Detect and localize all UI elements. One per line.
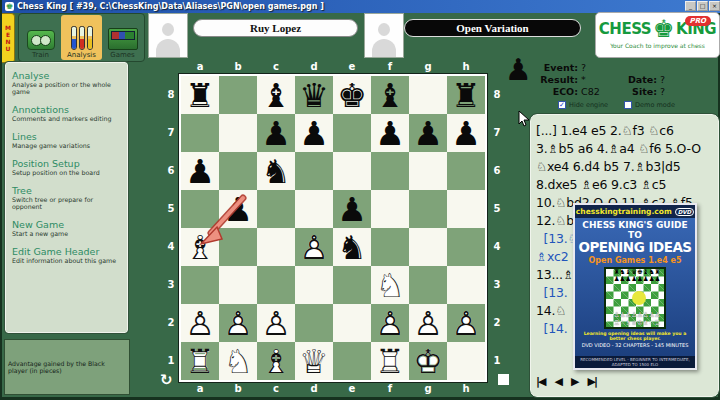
sidebar-item-subtitle: Manage game variations (12, 142, 121, 149)
square-a1[interactable]: ♜♖ (181, 342, 219, 380)
coord-label: g (409, 61, 447, 73)
square-f6[interactable] (371, 152, 409, 190)
sidebar-item-title: Position Setup (12, 158, 121, 169)
square-b4[interactable] (219, 228, 257, 266)
square-c6[interactable]: ♞ (257, 152, 295, 190)
chess-board: ♜♝♛♚♝♜♟♟♟♟♟♟♞♟♟♝♗♟♙♞♞♘♟♙♟♙♟♙♟♙♟♙♟♙♜♖♞♘♝♗… (178, 73, 488, 383)
sidebar-item-subtitle: Switch tree or prepare for opponent (12, 196, 121, 210)
square-e2[interactable] (333, 304, 371, 342)
white-b-piece: ♗ (181, 228, 219, 266)
move-navigation: |◀◀▶▶| (536, 375, 596, 388)
white-n-piece: ♘ (371, 266, 409, 304)
black-r-piece: ♜ (447, 76, 485, 114)
file-labels-top: abcdefgh (181, 61, 485, 73)
coord-label: d (295, 61, 333, 73)
dvd-badge: DVD (675, 208, 694, 216)
hide-engine-checkbox[interactable]: ✓ Hide engine (558, 101, 608, 109)
white-p-piece: ♙ (181, 304, 219, 342)
coord-label: 7 (491, 114, 503, 152)
ad-site-link[interactable]: chesskingtraining.com (576, 207, 672, 216)
person-icon (155, 23, 181, 57)
coord-label: 6 (491, 152, 503, 190)
white-p-piece: ♙ (219, 304, 257, 342)
black-p-piece: ♟ (295, 114, 333, 152)
square-g2[interactable]: ♟♙ (409, 304, 447, 342)
sidebar-item-subtitle: Analyse a position or the whole game (12, 81, 121, 95)
coord-label: a (181, 383, 219, 395)
games-box-icon (108, 28, 138, 50)
white-r-piece: ♖ (181, 342, 219, 380)
sidebar-item-title: New Game (12, 219, 121, 230)
highlight-square (632, 291, 646, 305)
white-k-piece: ♔ (409, 342, 447, 380)
coord-label: d (295, 383, 333, 395)
last-move-button[interactable]: ▶| (587, 375, 595, 388)
square-h5[interactable] (447, 190, 485, 228)
square-g7[interactable]: ♟ (409, 114, 447, 152)
sidebar-item-tree[interactable]: TreeSwitch tree or prepare for opponent (12, 185, 121, 210)
square-h2[interactable]: ♟♙ (447, 304, 485, 342)
date-value: ? (660, 74, 700, 86)
coord-label: 5 (165, 190, 177, 228)
square-b5[interactable]: ♟ (219, 190, 257, 228)
ad-title-line1: CHESS KING'S GUIDE TO (575, 220, 695, 240)
square-f2[interactable]: ♟♙ (371, 304, 409, 342)
variation-name-label: Open Variation (404, 19, 581, 37)
tab-analysis[interactable]: Analysis (61, 15, 102, 60)
ad-fineprint: RECOMMENDED LEVEL - BEGINNER TO INTERMED… (575, 356, 695, 368)
square-e6[interactable] (333, 152, 371, 190)
white-n-piece: ♘ (219, 342, 257, 380)
sidebar-item-subtitle: Setup position on the board (12, 169, 121, 176)
black-b-piece: ♝ (257, 76, 295, 114)
move-segment-main[interactable]: 13...♗ (536, 267, 574, 282)
coord-label: 2 (491, 304, 503, 342)
move-segment-var[interactable]: [14. (536, 321, 568, 336)
coord-label: f (371, 61, 409, 73)
sidebar-item-title: Analyse (12, 70, 121, 81)
sidebar-item-title: Tree (12, 185, 121, 196)
coord-label: 8 (491, 76, 503, 114)
black-p-piece: ♟ (181, 152, 219, 190)
checkbox-checked-icon[interactable]: ✓ (558, 101, 566, 109)
square-a6[interactable]: ♟ (181, 152, 219, 190)
checkbox-unchecked-icon[interactable] (624, 101, 632, 109)
square-d4[interactable]: ♟♙ (295, 228, 333, 266)
app-icon: ♚ (5, 2, 14, 11)
black-p-piece: ♟ (333, 190, 371, 228)
square-g8[interactable] (409, 76, 447, 114)
square-d6[interactable] (295, 152, 333, 190)
first-move-button[interactable]: |◀ (536, 375, 544, 388)
coord-label: h (447, 383, 485, 395)
coord-label: 6 (165, 152, 177, 190)
sidebar-item-title: Lines (12, 131, 121, 142)
black-r-piece: ♜ (181, 76, 219, 114)
white-b-piece: ♗ (257, 342, 295, 380)
white-player-avatar[interactable] (148, 13, 188, 58)
square-b2[interactable]: ♟♙ (219, 304, 257, 342)
clock-icon (27, 30, 55, 50)
menu-tab[interactable]: MENU (2, 13, 15, 63)
move-segment-main[interactable]: 14.♘ (536, 303, 566, 318)
chess-king-window: ♚ Chess King [ #39, C:\ChessKing\Data\Al… (0, 0, 720, 400)
sidebar-item-analyse[interactable]: AnalyseAnalyse a position or the whole g… (12, 70, 121, 95)
sidebar-item-edit-game-header[interactable]: Edit Game HeaderEdit information about t… (12, 246, 121, 264)
event-value: ? (581, 62, 621, 74)
square-c8[interactable]: ♝ (257, 76, 295, 114)
square-g3[interactable] (409, 266, 447, 304)
coord-label: h (447, 61, 485, 73)
square-a4[interactable]: ♝♗ (181, 228, 219, 266)
site-value: ? (660, 86, 700, 98)
black-player-avatar[interactable] (364, 13, 404, 58)
sidebar-item-lines[interactable]: LinesManage game variations (12, 131, 121, 149)
square-c1[interactable]: ♝♗ (257, 342, 295, 380)
square-b1[interactable]: ♞♘ (219, 342, 257, 380)
sidebar-item-subtitle: Comments and markers editing (12, 115, 121, 122)
sidebar-item-subtitle: Edit information about this game (12, 257, 121, 264)
square-h1[interactable] (447, 342, 485, 380)
flip-board-icon[interactable]: ↻ (160, 372, 173, 388)
chess-king-logo: PRO CHESS ♚ KING Your Coach to improve a… (595, 12, 720, 58)
square-g4[interactable] (409, 228, 447, 266)
coord-label: e (333, 61, 371, 73)
square-g5[interactable] (409, 190, 447, 228)
black-p-piece: ♟ (219, 190, 257, 228)
tab-games[interactable]: Games (102, 15, 143, 60)
square-d8[interactable]: ♛ (295, 76, 333, 114)
black-b-piece: ♝ (371, 76, 409, 114)
square-a7[interactable] (181, 114, 219, 152)
window-title: Chess King [ #39, C:\ChessKing\Data\Alia… (17, 2, 324, 11)
square-f1[interactable]: ♜♖ (371, 342, 409, 380)
white-r-piece: ♖ (371, 342, 409, 380)
eco-value: C82 (581, 86, 621, 98)
square-b6[interactable] (219, 152, 257, 190)
result-value: * (581, 74, 621, 86)
coord-label: b (219, 383, 257, 395)
maximize-button[interactable]: □ (697, 1, 708, 11)
coord-label: a (181, 61, 219, 73)
coord-label: b (219, 61, 257, 73)
square-g1[interactable]: ♚♔ (409, 342, 447, 380)
square-c4[interactable] (257, 228, 295, 266)
square-g6[interactable] (409, 152, 447, 190)
ad-specs: DVD VIDEO - 32 CHAPTERS - 145 MINUTES (575, 342, 695, 348)
logo-tagline: Your Coach to improve at chess (596, 42, 719, 49)
test-tubes-icon (69, 24, 95, 50)
white-p-piece: ♙ (371, 304, 409, 342)
prev-move-button[interactable]: ◀ (554, 375, 560, 388)
minimize-button[interactable]: _ (685, 1, 696, 11)
sidebar-menu: AnalyseAnalyse a position or the whole g… (5, 62, 128, 333)
coord-label: 5 (491, 190, 503, 228)
square-h7[interactable]: ♟ (447, 114, 485, 152)
coord-label: 4 (491, 228, 503, 266)
stop-square-icon[interactable] (498, 374, 509, 385)
ad-tagline: Learning opening ideas will make you a b… (575, 331, 695, 341)
square-d3[interactable] (295, 266, 333, 304)
square-e8[interactable]: ♚ (333, 76, 371, 114)
square-d7[interactable]: ♟ (295, 114, 333, 152)
black-q-piece: ♛ (295, 76, 333, 114)
square-f5[interactable] (371, 190, 409, 228)
advantage-label: Advantage gained by the Black player (in… (8, 360, 126, 374)
white-p-piece: ♙ (257, 304, 295, 342)
opening-name-label: Ruy Lopez (193, 19, 358, 37)
sidebar-item-new-game[interactable]: New GameStart a new game (12, 219, 121, 237)
white-q-piece: ♕ (295, 342, 333, 380)
square-b3[interactable] (219, 266, 257, 304)
dvd-advertisement[interactable]: chesskingtraining.com DVD CHESS KING'S G… (573, 203, 697, 370)
next-move-button[interactable]: ▶ (571, 375, 577, 388)
rank-labels-right: 87654321 (491, 76, 503, 380)
square-e1[interactable] (333, 342, 371, 380)
coord-label: f (371, 383, 409, 395)
coord-label: 2 (165, 304, 177, 342)
move-segment-var[interactable]: [13. (536, 285, 568, 300)
square-b8[interactable] (219, 76, 257, 114)
coord-label: 3 (165, 266, 177, 304)
square-d1[interactable]: ♛♕ (295, 342, 333, 380)
square-e7[interactable] (333, 114, 371, 152)
square-e5[interactable]: ♟ (333, 190, 371, 228)
black-n-piece: ♞ (333, 228, 371, 266)
sidebar-item-position-setup[interactable]: Position SetupSetup position on the boar… (12, 158, 121, 176)
coord-label: c (257, 61, 295, 73)
white-p-piece: ♙ (295, 228, 333, 266)
person-icon (371, 23, 397, 57)
black-p-piece: ♟ (257, 114, 295, 152)
black-k-piece: ♚ (333, 76, 371, 114)
black-p-piece: ♟ (447, 114, 485, 152)
sidebar-item-annotations[interactable]: AnnotationsComments and markers editing (12, 104, 121, 122)
square-e3[interactable] (333, 266, 371, 304)
white-p-piece: ♙ (447, 304, 485, 342)
game-header-info: Event:? Result:* Date:? ECO:C82 Site:? ✓… (530, 62, 720, 109)
square-c5[interactable] (257, 190, 295, 228)
sidebar-item-title: Annotations (12, 104, 121, 115)
coord-label: g (409, 383, 447, 395)
sidebar-item-title: Edit Game Header (12, 246, 121, 257)
square-f3[interactable]: ♞♘ (371, 266, 409, 304)
ad-subtitle: Open Games 1.e4 e5 (575, 256, 695, 265)
coord-label: c (257, 383, 295, 395)
coord-label: 7 (165, 114, 177, 152)
coord-label: 3 (491, 266, 503, 304)
square-d2[interactable] (295, 304, 333, 342)
mode-tabs: Train Analysis Games (18, 13, 145, 62)
sidebar-item-subtitle: Start a new game (12, 230, 121, 237)
square-h4[interactable] (447, 228, 485, 266)
square-c3[interactable] (257, 266, 295, 304)
board-grid: ♜♝♛♚♝♜♟♟♟♟♟♟♞♟♟♝♗♟♙♞♞♘♟♙♟♙♟♙♟♙♟♙♟♙♜♖♞♘♝♗… (181, 76, 485, 380)
black-p-piece: ♟ (409, 114, 447, 152)
square-d5[interactable] (295, 190, 333, 228)
ad-mini-board: ♜♞♝♛♚♝♞♜ ♟♟♟♟♟♟♟♟ ♙♙♙♙♙♙♙♙ ♖♘♗♕♔♗♘♖ (604, 267, 666, 329)
square-h3[interactable] (447, 266, 485, 304)
square-h8[interactable]: ♜ (447, 76, 485, 114)
demo-mode-checkbox[interactable]: Demo mode (624, 101, 675, 109)
square-h6[interactable] (447, 152, 485, 190)
square-a3[interactable] (181, 266, 219, 304)
pro-badge: PRO (685, 16, 711, 26)
coord-label: 4 (165, 228, 177, 266)
square-f4[interactable] (371, 228, 409, 266)
advantage-graph-panel: Advantage gained by the Black player (in… (4, 339, 130, 395)
square-e4[interactable]: ♞ (333, 228, 371, 266)
file-labels-bottom: abcdefgh (181, 383, 485, 395)
black-p-piece: ♟ (371, 114, 409, 152)
coord-label: 8 (165, 76, 177, 114)
square-c2[interactable]: ♟♙ (257, 304, 295, 342)
black-n-piece: ♞ (257, 152, 295, 190)
square-f7[interactable]: ♟ (371, 114, 409, 152)
square-f8[interactable]: ♝ (371, 76, 409, 114)
king-icon: ♚ (653, 19, 674, 39)
square-a2[interactable]: ♟♙ (181, 304, 219, 342)
tab-train[interactable]: Train (20, 15, 61, 60)
square-c7[interactable]: ♟ (257, 114, 295, 152)
square-a5[interactable] (181, 190, 219, 228)
mouse-cursor (518, 110, 530, 128)
square-a8[interactable]: ♜ (181, 76, 219, 114)
coord-label: e (333, 383, 371, 395)
close-button[interactable]: × (709, 1, 720, 11)
ad-title-line2: OPENING IDEAS (575, 240, 695, 254)
square-b7[interactable] (219, 114, 257, 152)
white-p-piece: ♙ (409, 304, 447, 342)
black-to-move-pawn-icon: ♟ (505, 53, 532, 87)
rank-labels-left: 87654321 (165, 76, 177, 380)
